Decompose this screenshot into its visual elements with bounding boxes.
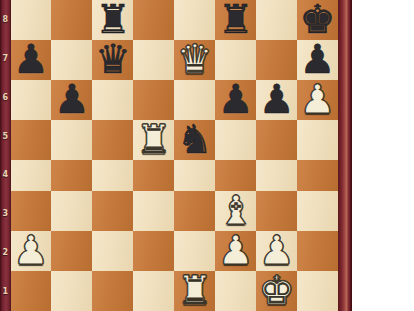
piece-white-king-g1[interactable]: ♚ [259, 270, 295, 310]
square-d5[interactable]: ♜ [133, 120, 174, 160]
square-a8[interactable] [11, 0, 52, 40]
piece-black-pawn-f6[interactable]: ♟ [218, 79, 254, 119]
square-e6[interactable] [174, 80, 215, 120]
rank-label-8: 8 [0, 0, 11, 39]
square-f2[interactable]: ♟ [215, 231, 256, 271]
square-d8[interactable] [133, 0, 174, 40]
square-b2[interactable] [51, 231, 92, 271]
square-g1[interactable]: ♚ [256, 271, 297, 311]
piece-white-pawn-a2[interactable]: ♟ [13, 230, 49, 270]
square-h7[interactable]: ♟ [297, 40, 338, 80]
piece-white-bishop-f3[interactable]: ♝ [218, 190, 254, 230]
piece-black-pawn-a7[interactable]: ♟ [13, 39, 49, 79]
square-c1[interactable] [92, 271, 133, 311]
square-f8[interactable]: ♜ [215, 0, 256, 40]
piece-white-pawn-h6[interactable]: ♟ [300, 79, 336, 119]
square-a7[interactable]: ♟ [11, 40, 52, 80]
square-h1[interactable] [297, 271, 338, 311]
piece-white-pawn-g2[interactable]: ♟ [259, 230, 295, 270]
square-e8[interactable] [174, 0, 215, 40]
square-g6[interactable]: ♟ [256, 80, 297, 120]
square-b8[interactable] [51, 0, 92, 40]
square-c8[interactable]: ♜ [92, 0, 133, 40]
piece-black-queen-c7[interactable]: ♛ [95, 39, 131, 79]
square-a2[interactable]: ♟ [11, 231, 52, 271]
square-b3[interactable] [51, 191, 92, 231]
square-e7[interactable]: ♛ [174, 40, 215, 80]
square-a5[interactable] [11, 120, 52, 160]
square-e1[interactable]: ♜ [174, 271, 215, 311]
square-d3[interactable] [133, 191, 174, 231]
square-f7[interactable] [215, 40, 256, 80]
square-f3[interactable]: ♝ [215, 191, 256, 231]
square-d1[interactable] [133, 271, 174, 311]
square-b5[interactable] [51, 120, 92, 160]
square-a4[interactable] [11, 160, 52, 191]
square-f1[interactable] [215, 271, 256, 311]
square-h6[interactable]: ♟ [297, 80, 338, 120]
square-e3[interactable] [174, 191, 215, 231]
square-c3[interactable] [92, 191, 133, 231]
piece-white-pawn-f2[interactable]: ♟ [218, 230, 254, 270]
piece-black-pawn-g6[interactable]: ♟ [259, 79, 295, 119]
square-h8[interactable]: ♚ [297, 0, 338, 40]
square-g7[interactable] [256, 40, 297, 80]
piece-black-king-h8[interactable]: ♚ [300, 0, 336, 39]
piece-black-rook-f8[interactable]: ♜ [218, 0, 254, 39]
square-e5[interactable]: ♞ [174, 120, 215, 160]
square-a1[interactable] [11, 271, 52, 311]
square-d7[interactable] [133, 40, 174, 80]
square-d6[interactable] [133, 80, 174, 120]
chess-board: ♜♜♚♟♛♛♟♟♟♟♟♜♞♝♟♟♟♜♚ [11, 0, 339, 311]
rank-label-1: 1 [0, 272, 11, 311]
square-h4[interactable] [297, 160, 338, 191]
square-b7[interactable] [51, 40, 92, 80]
piece-white-queen-e7[interactable]: ♛ [177, 39, 213, 79]
page-background [352, 0, 414, 311]
piece-white-rook-e1[interactable]: ♜ [177, 270, 213, 310]
square-g3[interactable] [256, 191, 297, 231]
square-b6[interactable]: ♟ [51, 80, 92, 120]
square-e2[interactable] [174, 231, 215, 271]
square-g8[interactable] [256, 0, 297, 40]
square-h5[interactable] [297, 120, 338, 160]
piece-black-pawn-b6[interactable]: ♟ [54, 79, 90, 119]
rank-label-2: 2 [0, 233, 11, 272]
piece-black-knight-e5[interactable]: ♞ [177, 119, 213, 159]
square-c6[interactable] [92, 80, 133, 120]
rank-label-4: 4 [0, 156, 11, 195]
square-b1[interactable] [51, 271, 92, 311]
board-frame-left: 87654321 [0, 0, 11, 311]
piece-black-rook-c8[interactable]: ♜ [95, 0, 131, 39]
square-c7[interactable]: ♛ [92, 40, 133, 80]
square-c2[interactable] [92, 231, 133, 271]
square-h2[interactable] [297, 231, 338, 271]
rank-label-5: 5 [0, 117, 11, 156]
square-d4[interactable] [133, 160, 174, 191]
square-g2[interactable]: ♟ [256, 231, 297, 271]
piece-black-pawn-h7[interactable]: ♟ [300, 39, 336, 79]
rank-label-3: 3 [0, 194, 11, 233]
square-c4[interactable] [92, 160, 133, 191]
square-f5[interactable] [215, 120, 256, 160]
square-h3[interactable] [297, 191, 338, 231]
square-f6[interactable]: ♟ [215, 80, 256, 120]
square-g4[interactable] [256, 160, 297, 191]
square-c5[interactable] [92, 120, 133, 160]
square-d2[interactable] [133, 231, 174, 271]
rank-label-7: 7 [0, 39, 11, 78]
board-frame-right [338, 0, 352, 311]
square-g5[interactable] [256, 120, 297, 160]
square-a3[interactable] [11, 191, 52, 231]
rank-label-6: 6 [0, 78, 11, 117]
piece-white-rook-d5[interactable]: ♜ [136, 119, 172, 159]
square-a6[interactable] [11, 80, 52, 120]
square-e4[interactable] [174, 160, 215, 191]
square-b4[interactable] [51, 160, 92, 191]
chess-diagram: 87654321 ♜♜♚♟♛♛♟♟♟♟♟♜♞♝♟♟♟♜♚ [0, 0, 414, 311]
